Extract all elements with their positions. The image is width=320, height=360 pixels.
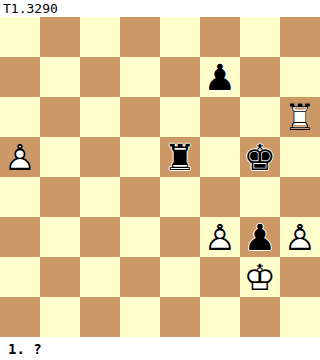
square-c6[interactable] [80,97,120,137]
square-g5[interactable]: ♚ [240,137,280,177]
square-h6[interactable]: ♜♖ [280,97,320,137]
square-c4[interactable] [80,177,120,217]
black-pawn: ♟ [200,57,240,97]
square-h1[interactable] [280,297,320,337]
square-g6[interactable] [240,97,280,137]
square-a8[interactable] [0,17,40,57]
black-rook: ♜ [160,137,200,177]
square-f2[interactable] [200,257,240,297]
white-king: ♚♔ [240,257,280,297]
square-c8[interactable] [80,17,120,57]
black-pawn-glyph: ♟ [200,57,240,97]
square-d2[interactable] [120,257,160,297]
square-e3[interactable] [160,217,200,257]
square-f5[interactable] [200,137,240,177]
white-pawn: ♟♙ [0,137,40,177]
square-c1[interactable] [80,297,120,337]
square-b7[interactable] [40,57,80,97]
square-a3[interactable] [0,217,40,257]
square-d7[interactable] [120,57,160,97]
square-a7[interactable] [0,57,40,97]
black-king: ♚ [240,137,280,177]
square-e5[interactable]: ♜ [160,137,200,177]
white-king-glyph: ♔ [240,257,280,297]
black-rook-glyph: ♜ [160,137,200,177]
square-g1[interactable] [240,297,280,337]
square-d1[interactable] [120,297,160,337]
square-c7[interactable] [80,57,120,97]
square-f1[interactable] [200,297,240,337]
square-a5[interactable]: ♟♙ [0,137,40,177]
square-a2[interactable] [0,257,40,297]
black-pawn: ♟ [240,217,280,257]
square-b5[interactable] [40,137,80,177]
white-pawn-glyph: ♙ [0,137,40,177]
square-g3[interactable]: ♟ [240,217,280,257]
square-f8[interactable] [200,17,240,57]
square-d3[interactable] [120,217,160,257]
square-b2[interactable] [40,257,80,297]
square-d4[interactable] [120,177,160,217]
square-e1[interactable] [160,297,200,337]
square-e4[interactable] [160,177,200,217]
square-h4[interactable] [280,177,320,217]
puzzle-title: T1.3290 [0,0,320,17]
square-f6[interactable] [200,97,240,137]
square-e6[interactable] [160,97,200,137]
black-king-glyph: ♚ [240,137,280,177]
square-a6[interactable] [0,97,40,137]
square-b4[interactable] [40,177,80,217]
square-d6[interactable] [120,97,160,137]
square-b8[interactable] [40,17,80,57]
square-b1[interactable] [40,297,80,337]
square-d5[interactable] [120,137,160,177]
square-c5[interactable] [80,137,120,177]
square-f7[interactable]: ♟ [200,57,240,97]
square-a1[interactable] [0,297,40,337]
chess-board: ♟♜♖♟♙♜♚♟♙♟♟♙♚♔ [0,17,320,337]
white-pawn-glyph: ♙ [280,217,320,257]
white-pawn-glyph: ♙ [200,217,240,257]
square-h3[interactable]: ♟♙ [280,217,320,257]
white-pawn: ♟♙ [200,217,240,257]
square-h8[interactable] [280,17,320,57]
white-pawn: ♟♙ [280,217,320,257]
square-c2[interactable] [80,257,120,297]
square-g2[interactable]: ♚♔ [240,257,280,297]
square-g4[interactable] [240,177,280,217]
white-rook: ♜♖ [280,97,320,137]
square-h2[interactable] [280,257,320,297]
square-b6[interactable] [40,97,80,137]
square-e2[interactable] [160,257,200,297]
square-e8[interactable] [160,17,200,57]
move-prompt: 1. ? [0,337,320,357]
white-rook-glyph: ♖ [280,97,320,137]
square-b3[interactable] [40,217,80,257]
square-d8[interactable] [120,17,160,57]
square-h5[interactable] [280,137,320,177]
square-g8[interactable] [240,17,280,57]
black-pawn-glyph: ♟ [240,217,280,257]
square-f3[interactable]: ♟♙ [200,217,240,257]
square-c3[interactable] [80,217,120,257]
square-e7[interactable] [160,57,200,97]
square-h7[interactable] [280,57,320,97]
square-a4[interactable] [0,177,40,217]
square-g7[interactable] [240,57,280,97]
square-f4[interactable] [200,177,240,217]
